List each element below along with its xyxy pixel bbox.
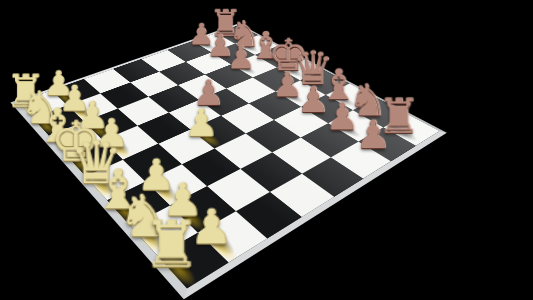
piece-white-pawn-d4[interactable]: ♟ [184, 104, 218, 142]
piece-black-pawn-a7[interactable]: ♟ [356, 116, 391, 155]
chess-3d-render: ♜♞♝♚♛♝♞♜♟♟♟♟♟♟♟♟♟♟♟♟♟♟♟♟♜♞♝♚♛♝♞♜ [0, 0, 533, 300]
chess-board: ♜♞♝♚♛♝♞♜♟♟♟♟♟♟♟♟♟♟♟♟♟♟♟♟♜♞♝♚♛♝♞♜ [10, 24, 446, 300]
piece-black-pawn-f7[interactable]: ♟ [227, 42, 255, 74]
piece-black-pawn-b7[interactable]: ♟ [325, 98, 359, 135]
piece-white-rook-a1[interactable]: ♜ [142, 212, 200, 277]
